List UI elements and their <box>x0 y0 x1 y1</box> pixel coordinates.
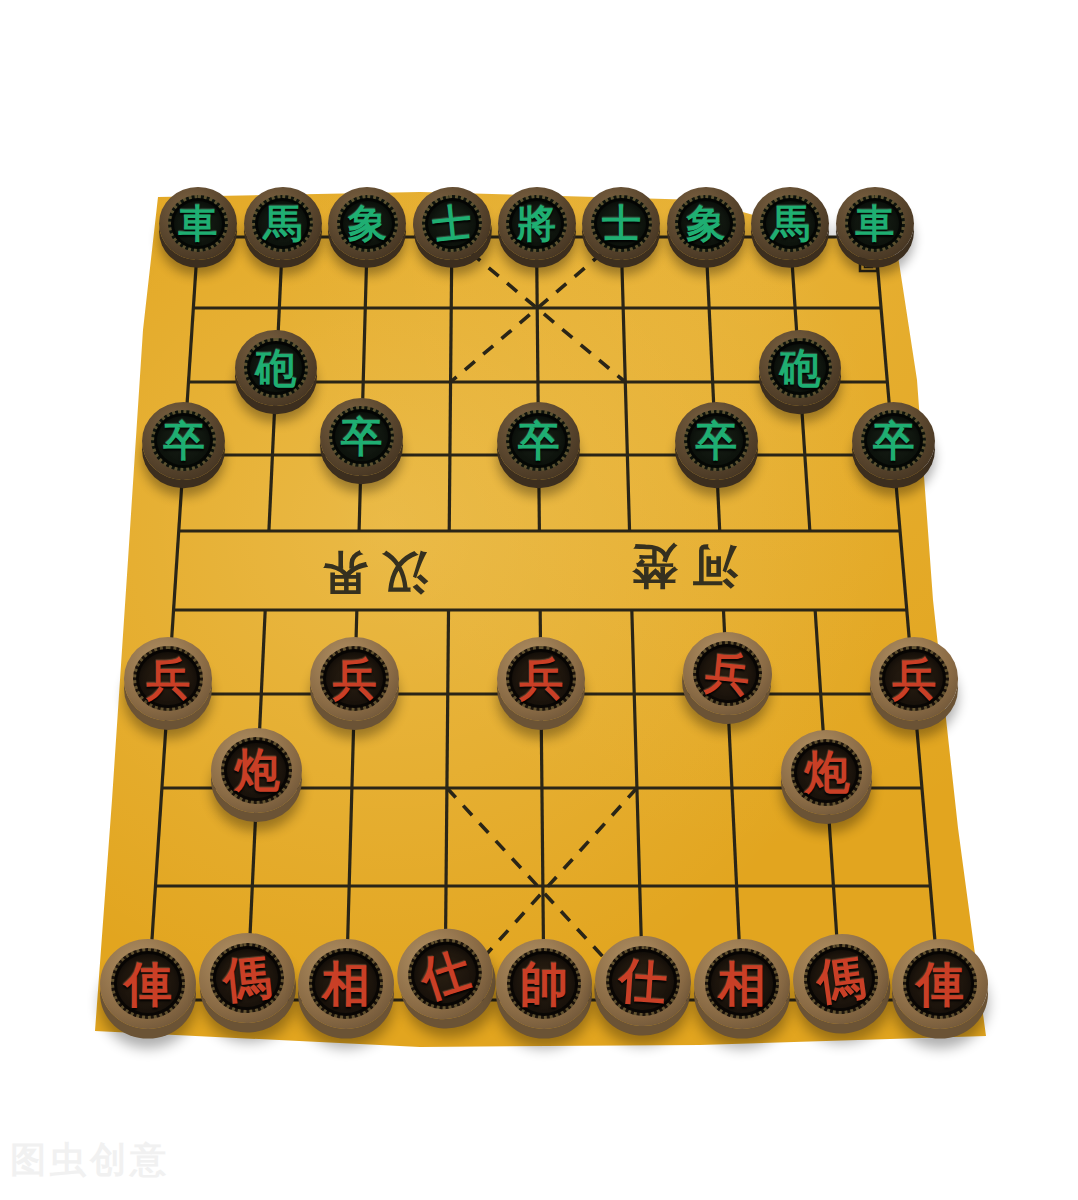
piece-face: 炮 <box>791 739 862 806</box>
piece-兵[interactable]: 兵 <box>124 637 213 720</box>
piece-glyph: 兵 <box>892 657 936 701</box>
piece-glyph: 馬 <box>263 204 302 243</box>
piece-glyph: 相 <box>322 960 370 1008</box>
piece-face: 將 <box>506 195 567 252</box>
piece-glyph: 炮 <box>804 750 849 796</box>
piece-face: 相 <box>309 948 384 1018</box>
piece-face: 砲 <box>244 338 308 398</box>
piece-卒[interactable]: 卒 <box>497 402 580 480</box>
piece-glyph: 兵 <box>146 657 190 701</box>
piece-glyph: 傌 <box>814 952 868 1006</box>
piece-glyph: 象 <box>686 204 725 243</box>
piece-face: 兵 <box>506 646 575 711</box>
piece-glyph: 砲 <box>780 348 821 389</box>
piece-車[interactable]: 車 <box>159 187 237 260</box>
piece-glyph: 兵 <box>519 657 563 701</box>
piece-砲[interactable]: 砲 <box>759 330 840 407</box>
piece-glyph: 炮 <box>234 748 279 794</box>
piece-face: 馬 <box>252 195 313 252</box>
piece-face: 卒 <box>684 410 749 471</box>
piece-俥[interactable]: 俥 <box>100 939 196 1029</box>
piece-face: 仕 <box>603 943 683 1018</box>
river-char: 河 <box>678 535 738 597</box>
piece-砲[interactable]: 砲 <box>235 330 316 407</box>
piece-glyph: 兵 <box>703 650 752 699</box>
piece-glyph: 士 <box>430 202 473 245</box>
piece-glyph: 車 <box>856 204 895 243</box>
piece-face: 傌 <box>206 939 288 1017</box>
piece-face: 象 <box>675 195 736 252</box>
piece-glyph: 將 <box>517 204 556 243</box>
piece-glyph: 兵 <box>332 657 376 701</box>
piece-face: 俥 <box>111 948 186 1018</box>
piece-face: 卒 <box>329 406 394 467</box>
piece-face: 兵 <box>320 646 389 711</box>
piece-glyph: 馬 <box>771 204 810 243</box>
piece-glyph: 卒 <box>518 420 560 462</box>
piece-face: 車 <box>168 195 229 252</box>
piece-glyph: 車 <box>179 204 218 243</box>
piece-glyph: 仕 <box>617 955 668 1006</box>
piece-face: 車 <box>845 195 906 252</box>
photo-stage: 界汉 楚河 車馬象士將士象馬車砲砲卒卒卒卒卒兵兵兵兵兵炮炮俥傌相仕帥仕相傌俥 图… <box>0 0 1078 1200</box>
piece-帥[interactable]: 帥 <box>496 939 592 1029</box>
piece-face: 炮 <box>221 737 292 804</box>
piece-face: 士 <box>419 192 485 255</box>
piece-馬[interactable]: 馬 <box>244 187 322 260</box>
piece-face: 兵 <box>133 646 202 711</box>
piece-相[interactable]: 相 <box>298 939 394 1029</box>
piece-face: 馬 <box>760 195 821 252</box>
piece-glyph: 相 <box>718 960 766 1008</box>
piece-炮[interactable]: 炮 <box>781 730 872 816</box>
piece-face: 兵 <box>879 646 948 711</box>
piece-glyph: 俥 <box>916 960 964 1008</box>
piece-face: 帥 <box>507 948 582 1018</box>
river-label-left: 界汉 <box>308 541 428 603</box>
piece-卒[interactable]: 卒 <box>852 402 935 480</box>
piece-face: 傌 <box>799 939 883 1019</box>
piece-face: 卒 <box>151 410 216 471</box>
piece-士[interactable]: 士 <box>582 187 660 260</box>
piece-glyph: 卒 <box>873 420 915 462</box>
piece-glyph: 卒 <box>340 416 382 458</box>
river-char: 界 <box>308 541 368 603</box>
piece-face: 砲 <box>768 338 832 398</box>
piece-俥[interactable]: 俥 <box>892 939 988 1029</box>
piece-將[interactable]: 將 <box>498 187 576 260</box>
river-char: 汉 <box>368 541 428 603</box>
piece-face: 象 <box>337 195 398 252</box>
piece-face: 卒 <box>861 410 926 471</box>
piece-glyph: 仕 <box>415 943 475 1003</box>
piece-兵[interactable]: 兵 <box>870 637 959 720</box>
piece-face: 卒 <box>506 410 571 471</box>
piece-glyph: 象 <box>348 204 387 243</box>
piece-glyph: 砲 <box>255 348 296 389</box>
river-char: 楚 <box>618 535 678 597</box>
piece-glyph: 帥 <box>520 960 568 1008</box>
piece-兵[interactable]: 兵 <box>497 637 586 720</box>
piece-face: 俥 <box>903 948 978 1018</box>
piece-glyph: 卒 <box>163 420 205 462</box>
piece-象[interactable]: 象 <box>667 187 745 260</box>
piece-相[interactable]: 相 <box>694 939 790 1029</box>
piece-face: 兵 <box>690 638 766 710</box>
piece-炮[interactable]: 炮 <box>211 728 302 814</box>
piece-face: 相 <box>705 948 780 1018</box>
piece-車[interactable]: 車 <box>836 187 914 260</box>
piece-卒[interactable]: 卒 <box>320 398 403 476</box>
piece-face: 仕 <box>399 929 492 1019</box>
piece-face: 士 <box>591 195 652 252</box>
piece-兵[interactable]: 兵 <box>310 637 399 720</box>
piece-glyph: 俥 <box>124 960 172 1008</box>
piece-卒[interactable]: 卒 <box>142 402 225 480</box>
piece-glyph: 傌 <box>221 951 274 1004</box>
river-label-right: 楚河 <box>618 535 738 597</box>
piece-卒[interactable]: 卒 <box>675 402 758 480</box>
piece-glyph: 士 <box>602 204 641 243</box>
watermark: 图虫创意 <box>10 1136 170 1185</box>
piece-glyph: 卒 <box>695 420 737 462</box>
